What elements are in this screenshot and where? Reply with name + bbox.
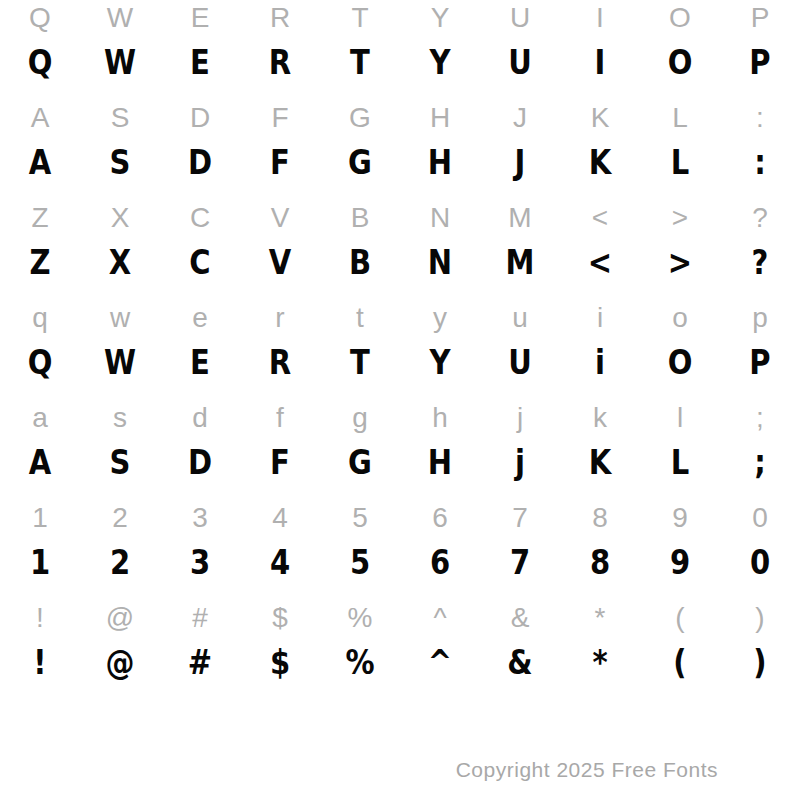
reference-char: $: [240, 600, 320, 636]
reference-char: <: [560, 200, 640, 236]
glyph-char: H: [405, 436, 475, 490]
reference-char: W: [80, 0, 160, 36]
reference-char: R: [240, 0, 320, 36]
glyph-char: F: [245, 136, 315, 190]
row-pair-1: QWERTYUIOPQWERTYUIOP: [0, 0, 800, 100]
reference-char: 6: [400, 500, 480, 536]
reference-char: ^: [400, 600, 480, 636]
glyph-char: :: [725, 136, 795, 190]
glyph-char: Q: [5, 336, 75, 390]
glyph-char: O: [645, 36, 715, 90]
glyph-char: R: [245, 36, 315, 90]
reference-char: 1: [0, 500, 80, 536]
glyph-char: 8: [565, 536, 635, 590]
glyph-char: 4: [245, 536, 315, 590]
reference-row: asdfghjkl;: [0, 400, 800, 436]
reference-char: B: [320, 200, 400, 236]
reference-char: ): [720, 600, 800, 636]
glyph-char: Z: [5, 236, 75, 290]
glyph-char: T: [325, 336, 395, 390]
glyph-char: J: [485, 136, 555, 190]
glyph-char: >: [645, 236, 715, 290]
glyph-char: j: [485, 436, 555, 490]
glyph-row: !@#$%^&*(): [0, 636, 800, 690]
reference-char: !: [0, 600, 80, 636]
reference-char: D: [160, 100, 240, 136]
glyph-char: P: [725, 36, 795, 90]
glyph-char: P: [725, 336, 795, 390]
reference-char: M: [480, 200, 560, 236]
glyph-row: QWERTYUIOP: [0, 36, 800, 90]
glyph-char: 7: [485, 536, 555, 590]
glyph-char: S: [85, 136, 155, 190]
reference-char: &: [480, 600, 560, 636]
glyph-char: *: [565, 636, 635, 690]
reference-char: 0: [720, 500, 800, 536]
glyph-char: X: [85, 236, 155, 290]
reference-row: ASDFGHJKL:: [0, 100, 800, 136]
glyph-char: K: [565, 136, 635, 190]
glyph-char: 6: [405, 536, 475, 590]
reference-char: q: [0, 300, 80, 336]
glyph-char: O: [645, 336, 715, 390]
glyph-row: ASDFGHjKL;: [0, 436, 800, 490]
row-pair-3: ZXCVBNM<>?ZXCVBNM<>?: [0, 200, 800, 300]
glyph-char: D: [165, 136, 235, 190]
glyph-char: G: [325, 136, 395, 190]
glyph-char: ^: [405, 636, 475, 690]
reference-char: O: [640, 0, 720, 36]
reference-char: o: [640, 300, 720, 336]
reference-char: >: [640, 200, 720, 236]
reference-char: p: [720, 300, 800, 336]
reference-char: k: [560, 400, 640, 436]
glyph-char: E: [165, 36, 235, 90]
glyph-char: U: [485, 336, 555, 390]
glyph-char: i: [565, 336, 635, 390]
reference-char: g: [320, 400, 400, 436]
row-pair-4: qwertyuiopQWERTYUiOP: [0, 300, 800, 400]
glyph-char: U: [485, 36, 555, 90]
reference-row: !@#$%^&*(): [0, 600, 800, 636]
reference-char: 3: [160, 500, 240, 536]
glyph-char: M: [485, 236, 555, 290]
reference-char: w: [80, 300, 160, 336]
reference-char: Z: [0, 200, 80, 236]
reference-char: @: [80, 600, 160, 636]
character-grid: QWERTYUIOPQWERTYUIOPASDFGHJKL:ASDFGHJKL:…: [0, 0, 800, 700]
reference-char: K: [560, 100, 640, 136]
reference-char: Q: [0, 0, 80, 36]
glyph-char: G: [325, 436, 395, 490]
glyph-char: L: [645, 436, 715, 490]
glyph-char: C: [165, 236, 235, 290]
reference-char: u: [480, 300, 560, 336]
reference-char: E: [160, 0, 240, 36]
glyph-char: ): [725, 636, 795, 690]
glyph-char: %: [325, 636, 395, 690]
reference-char: J: [480, 100, 560, 136]
glyph-char: A: [5, 436, 75, 490]
glyph-char: L: [645, 136, 715, 190]
glyph-char: Y: [405, 36, 475, 90]
reference-char: U: [480, 0, 560, 36]
reference-char: #: [160, 600, 240, 636]
glyph-row: QWERTYUiOP: [0, 336, 800, 390]
glyph-char: !: [5, 636, 75, 690]
reference-char: F: [240, 100, 320, 136]
glyph-char: F: [245, 436, 315, 490]
reference-char: a: [0, 400, 80, 436]
glyph-char: Q: [5, 36, 75, 90]
glyph-char: A: [5, 136, 75, 190]
reference-char: 5: [320, 500, 400, 536]
glyph-char: $: [245, 636, 315, 690]
glyph-char: R: [245, 336, 315, 390]
glyph-char: 9: [645, 536, 715, 590]
row-pair-5: asdfghjkl;ASDFGHjKL;: [0, 400, 800, 500]
reference-char: i: [560, 300, 640, 336]
glyph-char: ;: [725, 436, 795, 490]
reference-char: e: [160, 300, 240, 336]
glyph-char: S: [85, 436, 155, 490]
reference-char: C: [160, 200, 240, 236]
glyph-row: ZXCVBNM<>?: [0, 236, 800, 290]
reference-char: ;: [720, 400, 800, 436]
reference-char: 2: [80, 500, 160, 536]
glyph-char: (: [645, 636, 715, 690]
reference-char: 4: [240, 500, 320, 536]
glyph-char: 0: [725, 536, 795, 590]
reference-char: G: [320, 100, 400, 136]
reference-char: X: [80, 200, 160, 236]
reference-char: f: [240, 400, 320, 436]
reference-row: ZXCVBNM<>?: [0, 200, 800, 236]
reference-char: 9: [640, 500, 720, 536]
glyph-row: 1234567890: [0, 536, 800, 590]
glyph-row: ASDFGHJKL:: [0, 136, 800, 190]
row-pair-6: 12345678901234567890: [0, 500, 800, 600]
glyph-char: #: [165, 636, 235, 690]
glyph-char: &: [485, 636, 555, 690]
reference-char: P: [720, 0, 800, 36]
glyph-char: 5: [325, 536, 395, 590]
reference-char: A: [0, 100, 80, 136]
glyph-char: K: [565, 436, 635, 490]
reference-char: V: [240, 200, 320, 236]
glyph-char: @: [85, 636, 155, 690]
reference-row: QWERTYUIOP: [0, 0, 800, 36]
reference-char: (: [640, 600, 720, 636]
glyph-char: 2: [85, 536, 155, 590]
glyph-char: V: [245, 236, 315, 290]
glyph-char: 3: [165, 536, 235, 590]
reference-char: H: [400, 100, 480, 136]
glyph-char: 1: [5, 536, 75, 590]
glyph-char: W: [85, 336, 155, 390]
glyph-char: N: [405, 236, 475, 290]
reference-char: l: [640, 400, 720, 436]
row-pair-2: ASDFGHJKL:ASDFGHJKL:: [0, 100, 800, 200]
reference-char: d: [160, 400, 240, 436]
row-pair-7: !@#$%^&*()!@#$%^&*(): [0, 600, 800, 700]
reference-char: ?: [720, 200, 800, 236]
reference-char: %: [320, 600, 400, 636]
reference-char: :: [720, 100, 800, 136]
reference-char: *: [560, 600, 640, 636]
glyph-char: <: [565, 236, 635, 290]
glyph-char: E: [165, 336, 235, 390]
reference-char: 7: [480, 500, 560, 536]
reference-char: t: [320, 300, 400, 336]
reference-char: 8: [560, 500, 640, 536]
reference-row: qwertyuiop: [0, 300, 800, 336]
glyph-char: I: [565, 36, 635, 90]
reference-char: I: [560, 0, 640, 36]
glyph-char: W: [85, 36, 155, 90]
glyph-char: H: [405, 136, 475, 190]
font-specimen-sheet: QWERTYUIOPQWERTYUIOPASDFGHJKL:ASDFGHJKL:…: [0, 0, 800, 800]
reference-char: T: [320, 0, 400, 36]
reference-row: 1234567890: [0, 500, 800, 536]
reference-char: h: [400, 400, 480, 436]
glyph-char: T: [325, 36, 395, 90]
glyph-char: D: [165, 436, 235, 490]
copyright-text: Copyright 2025 Free Fonts: [456, 758, 718, 782]
reference-char: r: [240, 300, 320, 336]
reference-char: j: [480, 400, 560, 436]
reference-char: Y: [400, 0, 480, 36]
glyph-char: B: [325, 236, 395, 290]
reference-char: N: [400, 200, 480, 236]
reference-char: s: [80, 400, 160, 436]
reference-char: y: [400, 300, 480, 336]
glyph-char: ?: [725, 236, 795, 290]
reference-char: S: [80, 100, 160, 136]
reference-char: L: [640, 100, 720, 136]
glyph-char: Y: [405, 336, 475, 390]
